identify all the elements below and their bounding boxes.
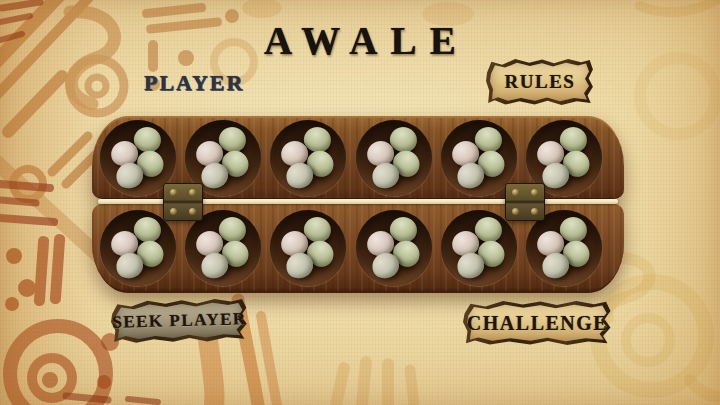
seek-player-button[interactable]: SEEK PLAYER	[110, 297, 248, 345]
challenge-button-label: CHALLENGE	[463, 300, 612, 346]
pit-top-4[interactable]	[356, 120, 432, 196]
screw-icon	[531, 208, 538, 215]
screw-icon	[189, 189, 196, 196]
screw-icon	[531, 189, 538, 196]
screw-icon	[512, 189, 519, 196]
pit-bottom-3[interactable]	[270, 210, 346, 286]
pit-top-3[interactable]	[270, 120, 346, 196]
player-label: PLAYER	[144, 70, 244, 96]
hinge-left	[163, 183, 203, 221]
screw-icon	[189, 208, 196, 215]
hinge-right	[505, 183, 545, 221]
screw-icon	[170, 189, 177, 196]
pit-bottom-5[interactable]	[441, 210, 517, 286]
rules-button-label: RULES	[486, 58, 594, 106]
screw-icon	[170, 208, 177, 215]
seek-player-button-label: SEEK PLAYER	[110, 297, 248, 345]
challenge-button[interactable]: CHALLENGE	[463, 300, 612, 346]
pit-bottom-4[interactable]	[356, 210, 432, 286]
page-title: AWALE	[0, 18, 720, 63]
rules-button[interactable]: RULES	[486, 58, 594, 106]
awale-board	[92, 116, 624, 293]
screw-icon	[512, 208, 519, 215]
